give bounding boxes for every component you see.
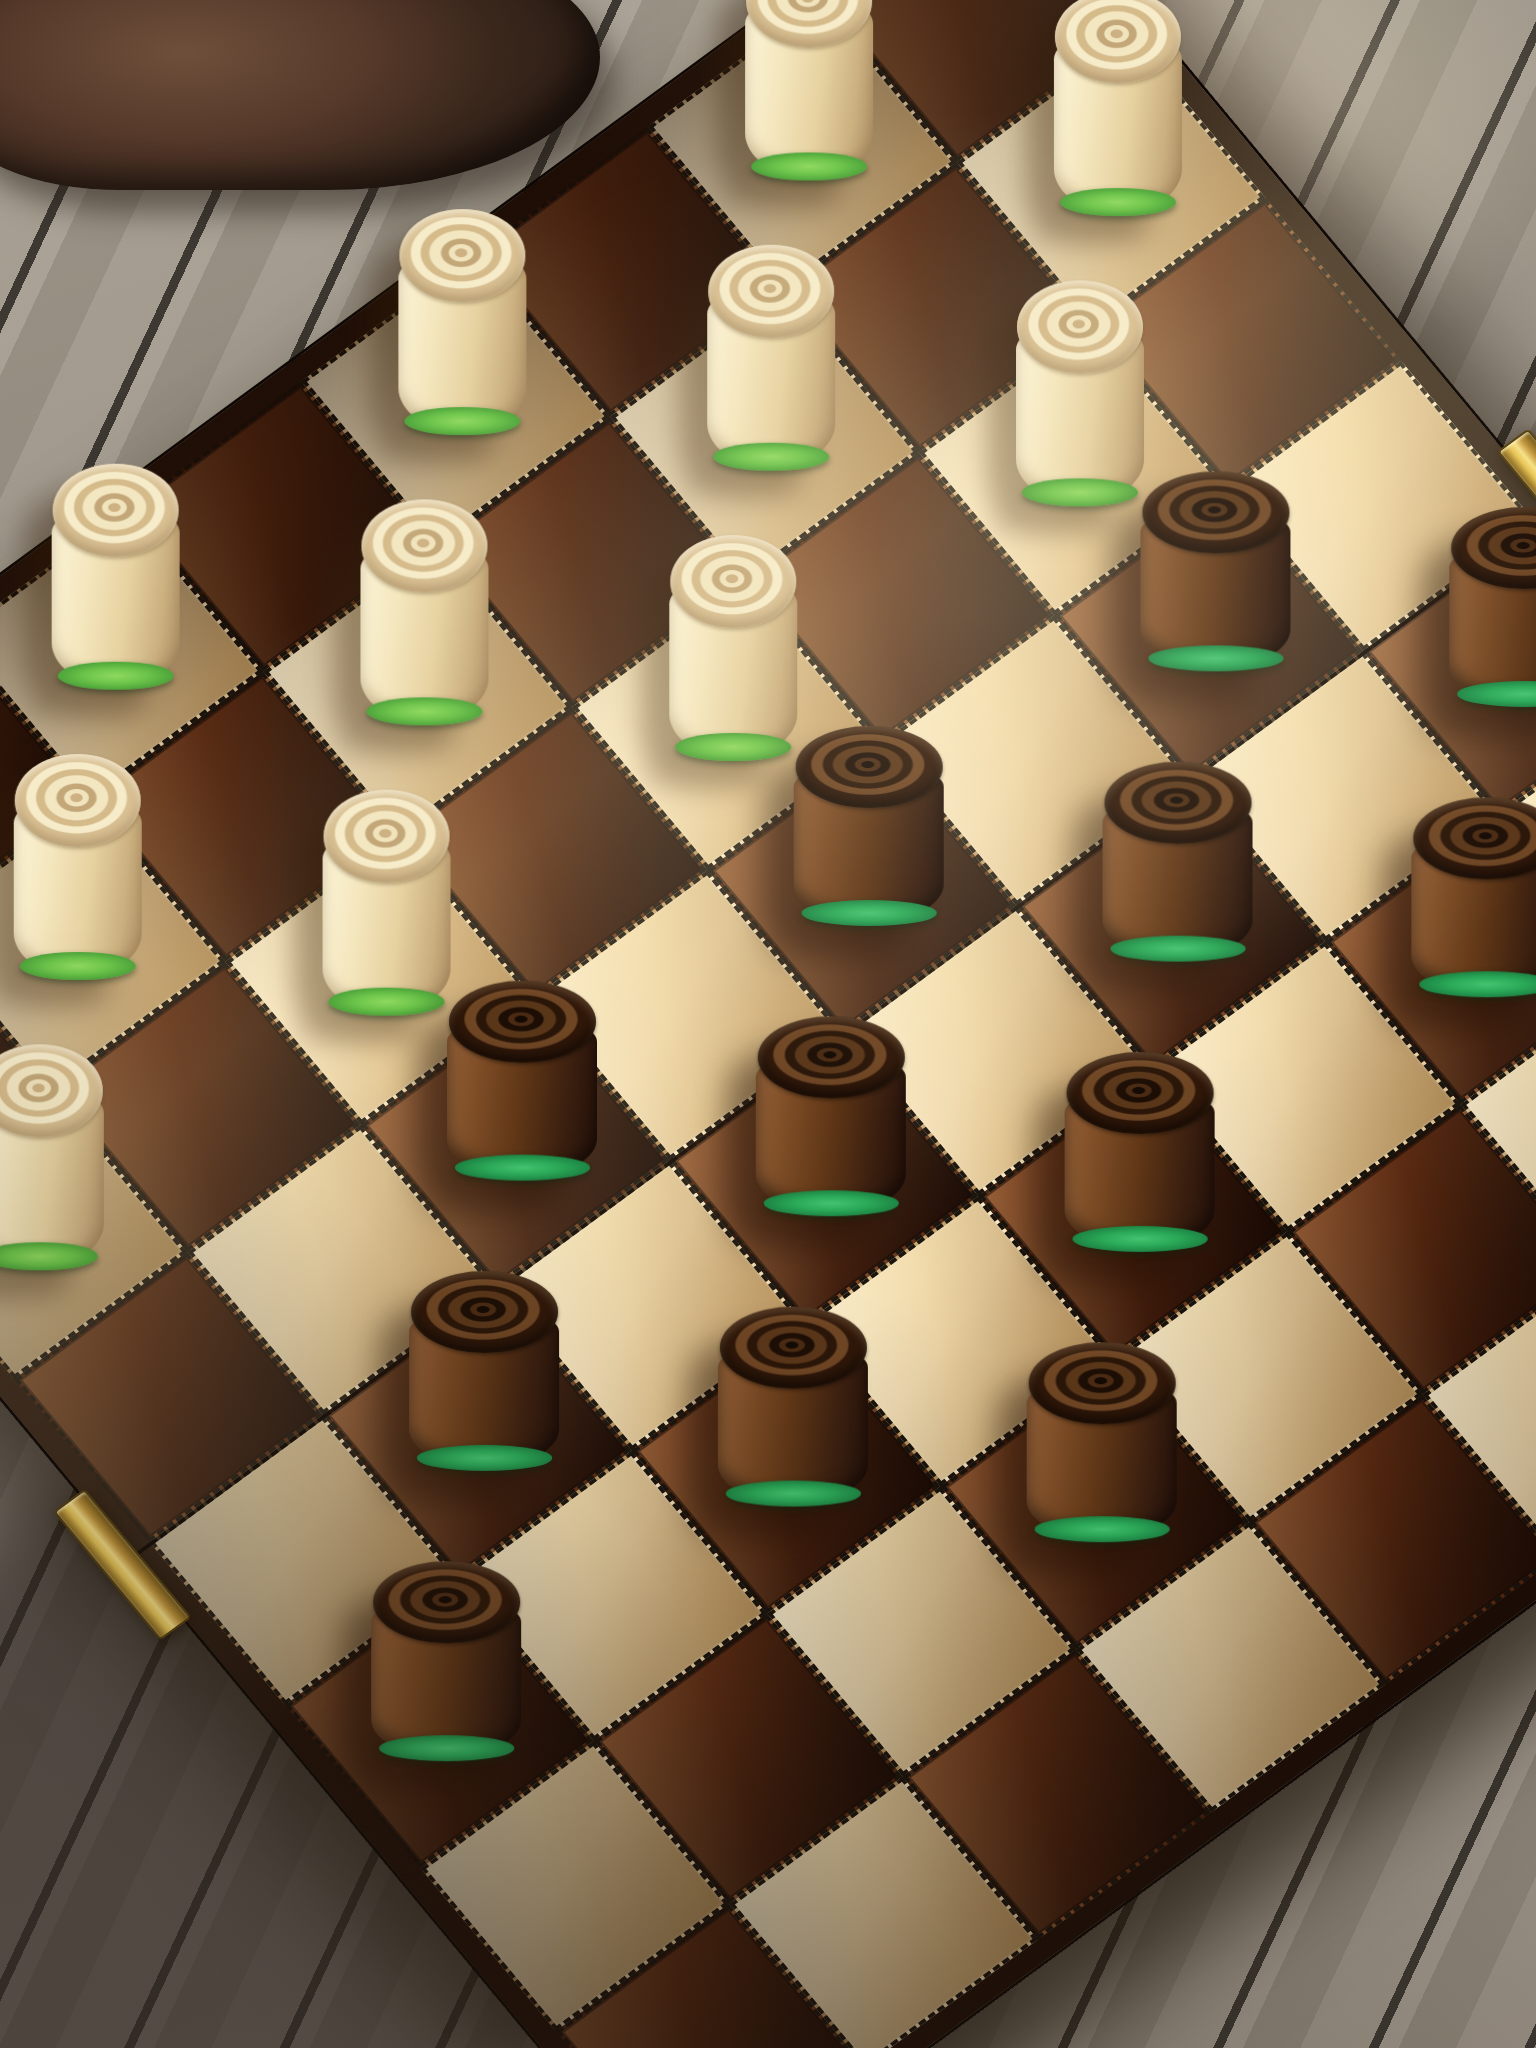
piece-cap	[15, 754, 140, 847]
piece-felt	[378, 1735, 513, 1760]
piece-felt	[58, 661, 173, 690]
piece-felt	[713, 442, 828, 471]
piece-cap	[1142, 471, 1289, 553]
piece-cap	[708, 244, 833, 337]
piece-cap	[1066, 1052, 1213, 1134]
piece-felt	[801, 900, 936, 925]
checker-dark-man[interactable]	[1140, 471, 1290, 667]
piece-felt	[763, 1190, 898, 1215]
piece-felt	[20, 951, 135, 980]
piece-felt	[367, 697, 482, 726]
piece-felt	[1072, 1226, 1207, 1251]
checker-cream-man[interactable]	[0, 1044, 104, 1266]
piece-felt	[675, 732, 790, 761]
piece-felt	[1022, 478, 1137, 507]
piece-cap	[399, 209, 524, 302]
piece-felt	[1034, 1516, 1169, 1541]
piece-cap	[795, 726, 942, 808]
checker-dark-man[interactable]	[1411, 797, 1536, 993]
checker-dark-man[interactable]	[793, 726, 943, 922]
checker-dark-man[interactable]	[718, 1306, 868, 1502]
piece-felt	[1060, 187, 1175, 216]
checker-dark-man[interactable]	[756, 1016, 906, 1212]
piece-felt	[751, 152, 866, 181]
checker-cream-man[interactable]	[398, 209, 526, 431]
checker-cream-man[interactable]	[360, 499, 488, 721]
checker-dark-man[interactable]	[409, 1271, 559, 1467]
piece-felt	[405, 406, 520, 435]
checker-dark-man[interactable]	[447, 980, 597, 1176]
piece-felt	[329, 987, 444, 1016]
checker-dark-man[interactable]	[1064, 1052, 1214, 1248]
piece-felt	[725, 1481, 860, 1506]
checker-cream-man[interactable]	[745, 0, 873, 176]
piece-felt	[454, 1155, 589, 1180]
piece-felt	[416, 1445, 551, 1470]
piece-cap	[670, 535, 795, 628]
piece-cap	[757, 1016, 904, 1098]
piece-cap	[361, 499, 486, 592]
checker-cream-man[interactable]	[1054, 0, 1182, 212]
checker-cream-man[interactable]	[51, 463, 179, 685]
checker-cream-man[interactable]	[669, 535, 797, 757]
piece-felt	[0, 1242, 97, 1271]
checker-cream-man[interactable]	[322, 789, 450, 1011]
checker-dark-man[interactable]	[1102, 761, 1252, 957]
piece-cap	[1017, 280, 1142, 373]
piece-cap	[324, 789, 449, 882]
piece-felt	[1110, 936, 1245, 961]
piece-cap	[719, 1306, 866, 1388]
piece-felt	[1148, 646, 1283, 671]
piece-cap	[53, 463, 178, 556]
checker-dark-man[interactable]	[1449, 507, 1536, 703]
piece-cap	[1028, 1342, 1175, 1424]
piece-cap	[372, 1561, 519, 1643]
piece-cap	[410, 1271, 557, 1353]
checker-dark-man[interactable]	[1026, 1342, 1176, 1538]
checker-cream-man[interactable]	[1016, 280, 1144, 502]
checker-dark-man[interactable]	[371, 1561, 521, 1757]
checker-cream-man[interactable]	[707, 244, 835, 466]
piece-cap	[448, 980, 595, 1062]
piece-felt	[1419, 971, 1536, 996]
piece-cap	[1104, 761, 1251, 843]
checker-cream-man[interactable]	[14, 754, 142, 976]
